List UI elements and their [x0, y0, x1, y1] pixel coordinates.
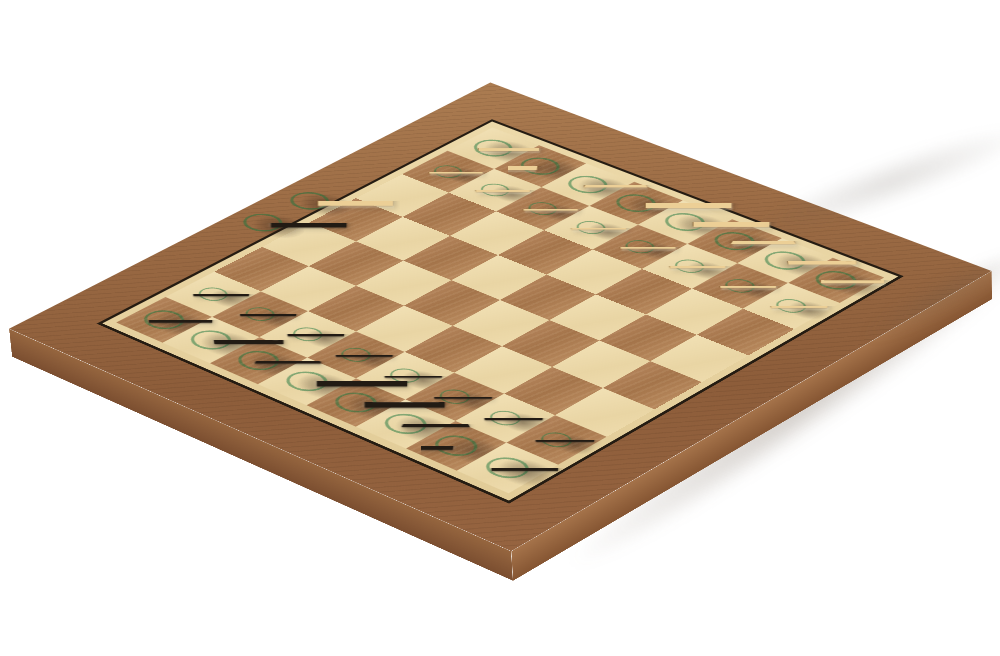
camera-tilt-wrapper: ♜♞♝♚♛♝♞♜♟♟♟♟♟♟♟♟♟♟♟♟♟♟♟♟♜♞♝♚♛♝♞♜ ♛ ♛ — [0, 0, 1000, 656]
chess-board: ♜♞♝♚♛♝♞♜♟♟♟♟♟♟♟♟♟♟♟♟♟♟♟♟♜♞♝♚♛♝♞♜ ♛ ♛ — [9, 83, 992, 552]
chess-product-photo: ♜♞♝♚♛♝♞♜♟♟♟♟♟♟♟♟♟♟♟♟♟♟♟♟♜♞♝♚♛♝♞♜ ♛ ♛ — [0, 0, 1000, 656]
